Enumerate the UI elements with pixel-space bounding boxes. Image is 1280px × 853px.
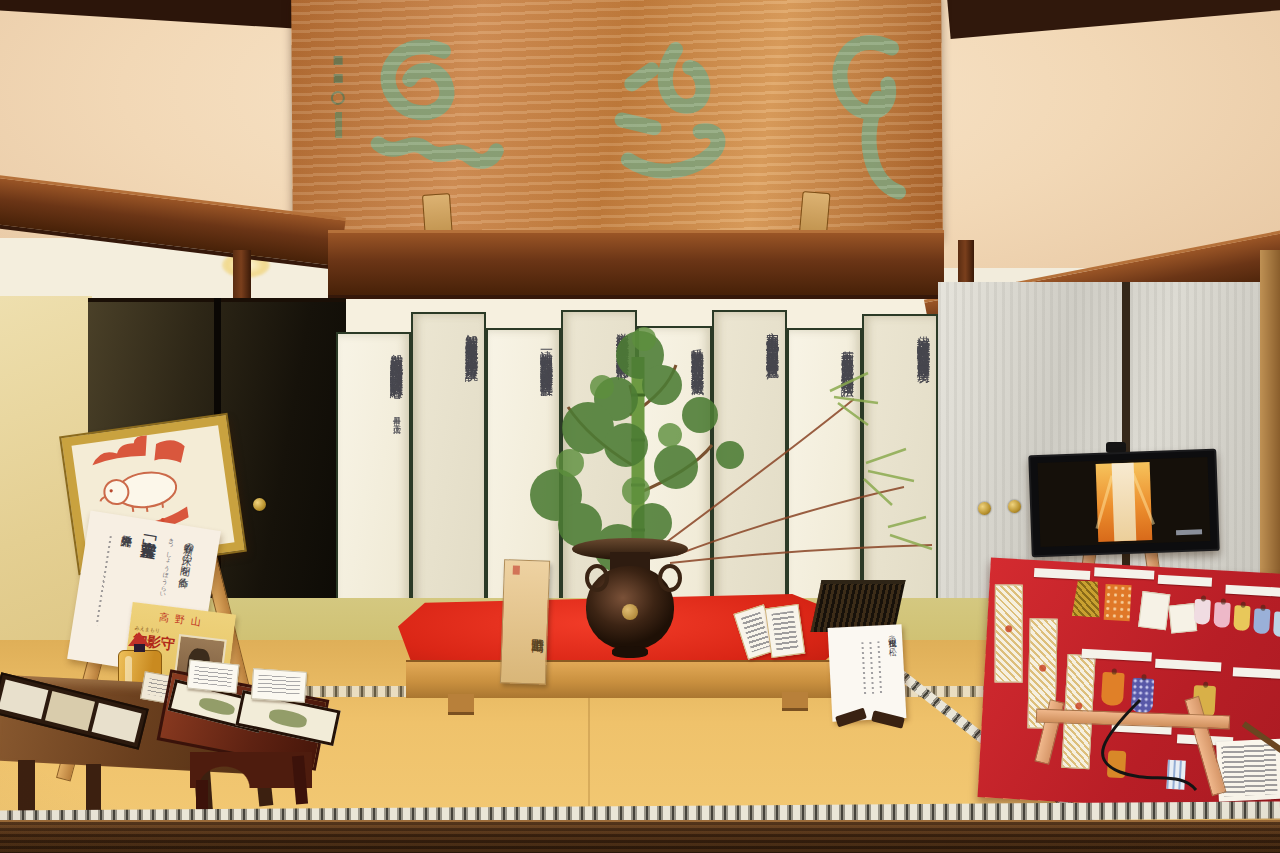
vase-handle xyxy=(658,564,682,592)
exhibit-info-card: 松（根曳の松） xyxy=(828,624,907,722)
red-seal xyxy=(513,566,520,575)
board-label xyxy=(1233,667,1280,679)
tv-power-cable xyxy=(1060,690,1240,810)
bamboo-leaves xyxy=(830,373,932,549)
print xyxy=(0,680,48,720)
orange-brocade-swatch xyxy=(1104,584,1132,621)
print-art xyxy=(268,707,308,729)
bottle-cap xyxy=(134,644,145,652)
wood-grain xyxy=(291,0,943,234)
fusuma-handle xyxy=(253,498,266,511)
label-card xyxy=(251,668,307,703)
platform-leg xyxy=(782,692,808,711)
temple-room-photo: 般若波羅蜜多呪即説呪曰羯諦羯諦波羅羯諦波羅僧羯諦菩提薩婆訶般若心経十月吉日 大僧… xyxy=(0,0,1280,853)
gold-brocade-swatch xyxy=(1072,580,1102,618)
board-label xyxy=(1158,575,1212,587)
gold-scroll xyxy=(1112,462,1136,542)
vase-handle xyxy=(585,564,609,592)
illegible-column xyxy=(877,641,882,693)
amulet-paper xyxy=(765,604,806,658)
omamori-pouch xyxy=(1253,608,1270,634)
playback-osd-icons xyxy=(1175,530,1201,536)
calligraphy-wood-plaque xyxy=(291,0,943,240)
colophon: 十月吉日 大僧正 xyxy=(392,411,401,419)
board-label xyxy=(1225,585,1280,598)
board-label xyxy=(1094,567,1154,579)
wood-platform xyxy=(406,660,838,698)
illegible-text xyxy=(771,611,798,652)
platform-leg xyxy=(448,694,474,715)
omamori-pouch xyxy=(1194,599,1211,625)
talisman-video-image xyxy=(1095,462,1152,543)
illegible-text xyxy=(193,666,233,687)
print xyxy=(92,703,142,743)
board-label xyxy=(1034,568,1090,580)
byobu-panel-1: 般若波羅蜜多呪即説呪曰羯諦羯諦波羅羯諦波羅僧羯諦菩提薩婆訶般若心経十月吉日 大僧… xyxy=(336,332,411,620)
omamori-pouch xyxy=(1213,602,1230,628)
omamori-pouch xyxy=(1273,611,1280,637)
horai-talisman xyxy=(995,585,1023,683)
lintel-beam-center xyxy=(328,230,944,299)
wood-plank-texture xyxy=(0,822,1280,853)
paper-envelope xyxy=(1138,591,1170,630)
vase-foot xyxy=(612,646,648,658)
print-art xyxy=(198,695,235,716)
omamori-pouch xyxy=(1233,605,1250,631)
tag-text: 華道高野山 xyxy=(501,560,549,683)
tv-screen xyxy=(1038,457,1211,547)
light-ray xyxy=(1096,476,1114,530)
fusuma-handle xyxy=(1008,500,1021,513)
ikebana-school-tag: 華道高野山 xyxy=(500,559,550,685)
illegible-column xyxy=(861,642,866,694)
print xyxy=(45,691,95,731)
sutra-text: 般若波羅蜜多呪即説呪曰羯諦羯諦波羅羯諦波羅僧羯諦菩提薩婆訶般若心経十月吉日 大僧… xyxy=(338,334,409,618)
illegible-text xyxy=(257,675,300,697)
vase-medallion xyxy=(622,604,638,620)
label-card xyxy=(187,659,240,693)
board-label xyxy=(1155,659,1221,672)
illegible-column xyxy=(869,642,874,694)
flat-screen-tv xyxy=(1028,449,1219,557)
info-card-title: 松（根曳の松） xyxy=(885,632,900,710)
